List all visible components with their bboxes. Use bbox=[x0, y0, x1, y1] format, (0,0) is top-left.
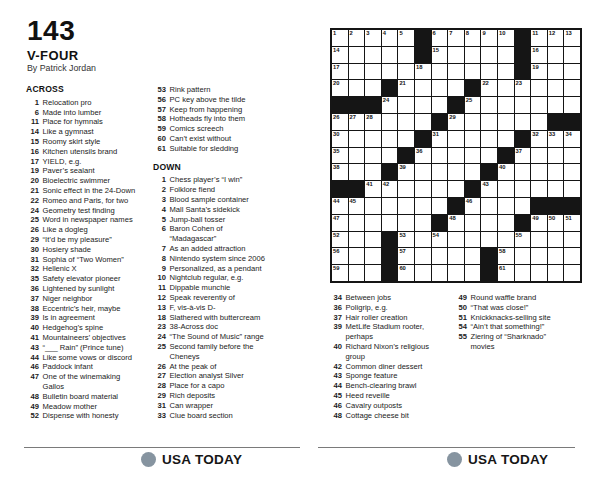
clue-text: YIELD, e.g. bbox=[39, 157, 81, 167]
clue-across-43: 43“___ Rain” (Prince tune) bbox=[26, 343, 154, 353]
grid-cell[interactable] bbox=[548, 97, 564, 113]
grid-cell[interactable]: 36 bbox=[415, 148, 431, 164]
grid-cell[interactable]: 23 bbox=[515, 80, 531, 96]
clue-across-31: 31Sophia of “Two Women” bbox=[26, 255, 154, 265]
cell-number: 34 bbox=[565, 131, 571, 139]
clue-down-13: 13F, vis-à-vis D- bbox=[153, 303, 296, 313]
grid-cell[interactable] bbox=[415, 164, 431, 180]
grid-cell[interactable] bbox=[515, 265, 531, 281]
grid-cell[interactable] bbox=[515, 97, 531, 113]
grid-cell[interactable] bbox=[548, 181, 564, 197]
clue-text: Mountaineers’ objectives bbox=[39, 333, 126, 343]
down-list-tail: 49Round waffle brand50“That was close!”5… bbox=[454, 293, 594, 352]
grid-cell[interactable] bbox=[531, 181, 547, 197]
grid-cell[interactable] bbox=[349, 215, 365, 231]
grid-cell[interactable] bbox=[432, 248, 448, 264]
clue-text: Sonic effect in the 24-Down bbox=[39, 186, 135, 196]
grid-cell[interactable]: 44 bbox=[332, 198, 348, 214]
clue-text: Sophia of “Two Women” bbox=[39, 255, 124, 265]
cell-number: 4 bbox=[383, 30, 386, 38]
grid-cell[interactable] bbox=[548, 248, 564, 264]
grid-cell[interactable]: 53 bbox=[398, 232, 414, 248]
grid-cell[interactable]: 27 bbox=[349, 114, 365, 130]
clue-number: 37 bbox=[329, 313, 342, 323]
grid-cell[interactable] bbox=[564, 164, 580, 180]
grid-cell[interactable]: 50 bbox=[548, 215, 564, 231]
clue-down-37: 37Hair roller creation bbox=[329, 313, 451, 323]
grid-cell[interactable]: 2 bbox=[349, 30, 365, 46]
grid-cell[interactable] bbox=[365, 198, 381, 214]
clue-number: 29 bbox=[26, 235, 39, 245]
grid-cell[interactable]: 25 bbox=[465, 97, 481, 113]
clue-number: 39 bbox=[26, 313, 39, 323]
grid-cell[interactable] bbox=[498, 80, 514, 96]
grid-cell[interactable] bbox=[515, 164, 531, 180]
grid-cell[interactable]: 1 bbox=[332, 30, 348, 46]
grid-cell[interactable]: 38 bbox=[332, 164, 348, 180]
grid-cell[interactable]: 34 bbox=[564, 131, 580, 147]
grid-cell[interactable] bbox=[349, 80, 365, 96]
grid-cell[interactable] bbox=[415, 215, 431, 231]
grid-cell[interactable] bbox=[531, 248, 547, 264]
grid-cell[interactable] bbox=[398, 114, 414, 130]
grid-cell[interactable] bbox=[432, 80, 448, 96]
grid-cell[interactable] bbox=[448, 131, 464, 147]
clue-down-8: 8Nintendo system since 2006 bbox=[153, 254, 296, 264]
grid-cell[interactable] bbox=[515, 198, 531, 214]
grid-cell[interactable] bbox=[531, 80, 547, 96]
grid-cell[interactable] bbox=[498, 97, 514, 113]
grid-cell[interactable] bbox=[498, 47, 514, 63]
clue-text: Poligrip, e.g. bbox=[342, 303, 388, 313]
grid-cell[interactable] bbox=[465, 164, 481, 180]
down-list-main: 1Chess player’s “I win”2Folklore fiend3B… bbox=[153, 175, 296, 420]
clue-number: 40 bbox=[329, 342, 342, 362]
clue-across-57: 57Keep from happening bbox=[153, 105, 296, 115]
grid-cell[interactable]: 8 bbox=[465, 30, 481, 46]
grid-cell[interactable]: 20 bbox=[332, 80, 348, 96]
grid-cell-black bbox=[382, 265, 398, 281]
clue-text: Niger neighbor bbox=[39, 294, 92, 304]
grid-cell[interactable] bbox=[432, 148, 448, 164]
grid-cell[interactable] bbox=[465, 131, 481, 147]
clue-text: Rich deposits bbox=[166, 391, 215, 401]
grid-cell[interactable] bbox=[415, 114, 431, 130]
grid-cell[interactable]: 3 bbox=[365, 30, 381, 46]
grid-cell-black bbox=[498, 148, 514, 164]
cell-number: 3 bbox=[366, 30, 369, 38]
cell-number: 25 bbox=[466, 97, 472, 105]
clue-text: Speak reverently of bbox=[166, 293, 235, 303]
cell-number: 13 bbox=[565, 30, 571, 38]
grid-cell[interactable]: 43 bbox=[481, 181, 497, 197]
grid-cell[interactable] bbox=[515, 248, 531, 264]
clue-across-35: 35Safety elevator pioneer bbox=[26, 274, 154, 284]
clue-number: 28 bbox=[153, 381, 166, 391]
clue-text: Chess player’s “I win” bbox=[166, 175, 242, 185]
clue-text: Keep from happening bbox=[166, 105, 242, 115]
clue-text: Clue board section bbox=[166, 411, 233, 421]
grid-cell[interactable] bbox=[349, 47, 365, 63]
usa-today-logo-left: USA TODAY bbox=[141, 452, 242, 467]
grid-cell[interactable] bbox=[349, 164, 365, 180]
clue-text: Word in newspaper names bbox=[39, 215, 133, 225]
grid-cell[interactable] bbox=[481, 47, 497, 63]
grid-cell[interactable] bbox=[448, 64, 464, 80]
grid-cell[interactable]: 47 bbox=[332, 215, 348, 231]
grid-cell[interactable]: 57 bbox=[398, 248, 414, 264]
grid-cell[interactable] bbox=[564, 265, 580, 281]
clue-text: “The Sound of Music” range bbox=[166, 332, 264, 342]
clue-across-53: 53Rink pattern bbox=[153, 85, 296, 95]
grid-cell[interactable] bbox=[398, 131, 414, 147]
grid-cell[interactable]: 4 bbox=[382, 30, 398, 46]
grid-cell[interactable] bbox=[548, 232, 564, 248]
clue-down-43: 43Sponge feature bbox=[329, 371, 451, 381]
grid-cell[interactable] bbox=[432, 198, 448, 214]
grid-cell[interactable]: 13 bbox=[564, 30, 580, 46]
grid-cell[interactable]: 42 bbox=[382, 181, 398, 197]
grid-cell[interactable] bbox=[382, 64, 398, 80]
grid-cell[interactable] bbox=[448, 265, 464, 281]
grid-cell[interactable] bbox=[415, 248, 431, 264]
grid-cell[interactable] bbox=[365, 164, 381, 180]
clue-text: “___ Rain” (Prince tune) bbox=[39, 343, 124, 353]
clue-down-24: 24“The Sound of Music” range bbox=[153, 332, 296, 342]
grid-cell[interactable] bbox=[365, 248, 381, 264]
grid-cell[interactable] bbox=[349, 64, 365, 80]
grid-cell[interactable] bbox=[448, 248, 464, 264]
clue-down-49: 49Round waffle brand bbox=[454, 293, 594, 303]
grid-cell[interactable] bbox=[382, 215, 398, 231]
grid-cell[interactable]: 22 bbox=[481, 80, 497, 96]
grid-cell[interactable] bbox=[481, 131, 497, 147]
grid-cell[interactable] bbox=[564, 181, 580, 197]
grid-cell[interactable] bbox=[349, 232, 365, 248]
clue-number: 23 bbox=[153, 322, 166, 332]
grid-cell[interactable] bbox=[415, 181, 431, 197]
cell-number: 17 bbox=[333, 64, 339, 72]
grid-cell[interactable] bbox=[365, 64, 381, 80]
cell-number: 24 bbox=[383, 97, 389, 105]
grid-cell[interactable]: 18 bbox=[415, 64, 431, 80]
grid-cell[interactable] bbox=[548, 64, 564, 80]
grid-cell[interactable] bbox=[465, 114, 481, 130]
grid-cell[interactable] bbox=[382, 47, 398, 63]
grid-cell[interactable] bbox=[465, 265, 481, 281]
grid-cell[interactable] bbox=[382, 131, 398, 147]
grid-cell[interactable] bbox=[415, 80, 431, 96]
clue-text: “That was close!” bbox=[467, 303, 528, 313]
clue-text: Richard Nixon’s religious group bbox=[342, 342, 429, 362]
grid-cell[interactable] bbox=[515, 181, 531, 197]
clue-text: Nightclub regular, e.g. bbox=[166, 273, 243, 283]
grid-cell[interactable] bbox=[382, 148, 398, 164]
grid-cell[interactable]: 46 bbox=[465, 198, 481, 214]
clue-text: Made into lumber bbox=[39, 108, 101, 118]
grid-cell[interactable]: 28 bbox=[365, 114, 381, 130]
grid-cell[interactable] bbox=[398, 97, 414, 113]
grid-cell[interactable] bbox=[498, 181, 514, 197]
clue-down-23: 2338-Across doc bbox=[153, 322, 296, 332]
grid-cell[interactable] bbox=[432, 164, 448, 180]
clue-text: Rink pattern bbox=[166, 85, 210, 95]
page-right: 1234567891011121314151617181920212223242… bbox=[300, 0, 600, 480]
grid-cell[interactable]: 52 bbox=[332, 232, 348, 248]
grid-cell[interactable]: 19 bbox=[531, 64, 547, 80]
grid-cell[interactable] bbox=[465, 215, 481, 231]
clue-down-42: 42Common diner dessert bbox=[329, 362, 451, 372]
grid-cell[interactable]: 35 bbox=[332, 148, 348, 164]
grid-cell[interactable] bbox=[465, 248, 481, 264]
grid-cell[interactable] bbox=[548, 80, 564, 96]
grid-cell[interactable]: 24 bbox=[382, 97, 398, 113]
grid-cell[interactable]: 60 bbox=[398, 265, 414, 281]
grid-cell[interactable]: 54 bbox=[432, 232, 448, 248]
clue-text: Hellenic X bbox=[39, 264, 77, 274]
grid-cell[interactable] bbox=[531, 97, 547, 113]
grid-cell[interactable] bbox=[564, 148, 580, 164]
cell-number: 39 bbox=[399, 164, 405, 172]
grid-cell-black bbox=[548, 198, 564, 214]
cell-number: 28 bbox=[366, 114, 372, 122]
grid-cell[interactable] bbox=[498, 215, 514, 231]
grid-cell[interactable] bbox=[531, 265, 547, 281]
clue-text: “Ain’t that something!” bbox=[467, 322, 544, 332]
grid-cell[interactable]: 59 bbox=[332, 265, 348, 281]
grid-cell[interactable] bbox=[498, 64, 514, 80]
clue-down-39: 39MetLife Stadium rooter, perhaps bbox=[329, 322, 451, 342]
grid-cell[interactable] bbox=[448, 164, 464, 180]
grid-cell[interactable]: 51 bbox=[564, 215, 580, 231]
grid-cell-black bbox=[415, 30, 431, 46]
grid-cell[interactable]: 61 bbox=[498, 265, 514, 281]
grid-cell[interactable] bbox=[564, 47, 580, 63]
grid-cell[interactable] bbox=[365, 215, 381, 231]
clue-across-52: 52Dispense with honesty bbox=[26, 411, 154, 421]
grid-cell[interactable] bbox=[515, 114, 531, 130]
grid-cell[interactable]: 41 bbox=[365, 181, 381, 197]
clue-number: 17 bbox=[26, 157, 39, 167]
grid-cell[interactable] bbox=[365, 232, 381, 248]
clue-across-30: 30Hosiery shade bbox=[26, 245, 154, 255]
grid-cell[interactable]: 37 bbox=[515, 148, 531, 164]
grid-cell[interactable] bbox=[481, 198, 497, 214]
grid-cell[interactable] bbox=[531, 114, 547, 130]
grid-cell[interactable] bbox=[498, 198, 514, 214]
grid-cell[interactable]: 21 bbox=[398, 80, 414, 96]
grid-cell[interactable] bbox=[365, 131, 381, 147]
grid-cell[interactable]: 31 bbox=[432, 131, 448, 147]
grid-cell[interactable] bbox=[415, 232, 431, 248]
grid-cell[interactable] bbox=[498, 232, 514, 248]
clue-across-22: 22Romeo and Paris, for two bbox=[26, 196, 154, 206]
clue-number: 6 bbox=[26, 108, 39, 118]
grid-cell[interactable] bbox=[398, 215, 414, 231]
grid-cell[interactable] bbox=[531, 148, 547, 164]
clue-text: Like a gymnast bbox=[39, 127, 94, 137]
cell-number: 19 bbox=[532, 64, 538, 72]
clue-across-38: 38Eccentric’s heir, maybe bbox=[26, 304, 154, 314]
clue-number: 26 bbox=[26, 225, 39, 235]
grid-cell-black bbox=[515, 215, 531, 231]
grid-cell[interactable]: 10 bbox=[498, 30, 514, 46]
clue-across-56: 56PC key above the tilde bbox=[153, 95, 296, 105]
grid-cell[interactable] bbox=[448, 80, 464, 96]
usa-today-wordmark: USA TODAY bbox=[162, 452, 242, 467]
grid-cell[interactable] bbox=[481, 148, 497, 164]
grid-cell[interactable] bbox=[548, 148, 564, 164]
grid-cell[interactable] bbox=[564, 232, 580, 248]
grid-cell[interactable] bbox=[415, 97, 431, 113]
grid-cell[interactable] bbox=[548, 164, 564, 180]
clue-text: Comics screech bbox=[166, 124, 224, 134]
grid-cell[interactable] bbox=[548, 265, 564, 281]
grid-cell[interactable] bbox=[564, 80, 580, 96]
grid-cell[interactable]: 17 bbox=[332, 64, 348, 80]
clue-text: Common diner dessert bbox=[342, 362, 422, 372]
grid-cell[interactable]: 12 bbox=[548, 30, 564, 46]
grid-cell[interactable] bbox=[448, 181, 464, 197]
grid-cell-black bbox=[432, 215, 448, 231]
clue-text: Mall Santa’s sidekick bbox=[166, 205, 240, 215]
cell-number: 20 bbox=[333, 80, 339, 88]
grid-cell[interactable] bbox=[432, 97, 448, 113]
grid-cell[interactable] bbox=[498, 131, 514, 147]
grid-cell[interactable]: 49 bbox=[531, 215, 547, 231]
grid-cell[interactable] bbox=[481, 97, 497, 113]
grid-cell[interactable] bbox=[465, 232, 481, 248]
grid-cell[interactable] bbox=[365, 265, 381, 281]
cell-number: 59 bbox=[333, 265, 339, 273]
grid-cell[interactable] bbox=[398, 47, 414, 63]
grid-cell[interactable] bbox=[448, 47, 464, 63]
clue-text: Like some vows or discord bbox=[39, 353, 132, 363]
grid-cell[interactable]: 7 bbox=[448, 30, 464, 46]
grid-cell[interactable] bbox=[564, 248, 580, 264]
clue-number: 24 bbox=[26, 206, 39, 216]
grid-cell[interactable] bbox=[398, 64, 414, 80]
clue-text: Heed reveille bbox=[342, 391, 390, 401]
clue-number: 8 bbox=[153, 254, 166, 264]
clue-text: Romeo and Paris, for two bbox=[39, 196, 128, 206]
clue-across-59: 59Comics screech bbox=[153, 124, 296, 134]
grid-cell[interactable] bbox=[448, 148, 464, 164]
clue-number: 9 bbox=[153, 264, 166, 274]
grid-cell[interactable] bbox=[481, 114, 497, 130]
down-header: DOWN bbox=[153, 163, 296, 173]
clue-across-15: 15Roomy skirt style bbox=[26, 137, 154, 147]
grid-cell[interactable]: 5 bbox=[398, 30, 414, 46]
clue-text: Bulletin board material bbox=[39, 392, 118, 402]
grid-cell[interactable] bbox=[349, 148, 365, 164]
grid-cell[interactable] bbox=[432, 265, 448, 281]
grid-cell[interactable] bbox=[349, 248, 365, 264]
grid-cell[interactable] bbox=[382, 114, 398, 130]
clue-down-34: 34Between jobs bbox=[329, 293, 451, 303]
grid-cell[interactable]: 6 bbox=[432, 30, 448, 46]
grid-cell[interactable]: 32 bbox=[531, 131, 547, 147]
grid-cell-black bbox=[481, 265, 497, 281]
grid-cell[interactable]: 40 bbox=[498, 164, 514, 180]
grid-cell[interactable] bbox=[398, 198, 414, 214]
clue-number: 49 bbox=[26, 402, 39, 412]
grid-cell[interactable]: 15 bbox=[432, 47, 448, 63]
grid-cell[interactable]: 33 bbox=[548, 131, 564, 147]
cell-number: 58 bbox=[499, 248, 505, 256]
clue-number: 41 bbox=[26, 333, 39, 343]
grid-cell[interactable] bbox=[365, 80, 381, 96]
clue-down-36: 36Poligrip, e.g. bbox=[329, 303, 451, 313]
grid-cell[interactable] bbox=[481, 64, 497, 80]
clue-number: 54 bbox=[454, 322, 467, 332]
grid-cell[interactable] bbox=[548, 47, 564, 63]
grid-cell[interactable] bbox=[432, 181, 448, 197]
grid-cell[interactable] bbox=[465, 148, 481, 164]
grid-cell[interactable] bbox=[382, 198, 398, 214]
grid-cell[interactable]: 39 bbox=[398, 164, 414, 180]
grid-cell[interactable]: 14 bbox=[332, 47, 348, 63]
grid-cell[interactable] bbox=[531, 164, 547, 180]
grid-cell[interactable] bbox=[465, 64, 481, 80]
grid-cell[interactable] bbox=[564, 64, 580, 80]
grid-cell[interactable]: 9 bbox=[481, 30, 497, 46]
grid-cell[interactable]: 56 bbox=[332, 248, 348, 264]
clue-down-46: 46Cavalry outposts bbox=[329, 401, 451, 411]
grid-cell[interactable] bbox=[481, 215, 497, 231]
grid-cell[interactable] bbox=[465, 47, 481, 63]
grid-cell[interactable] bbox=[398, 181, 414, 197]
grid-cell[interactable]: 45 bbox=[349, 198, 365, 214]
clue-number: 22 bbox=[26, 196, 39, 206]
clue-number: 51 bbox=[454, 313, 467, 323]
clue-down-6: 6Baron Cohen of “Madagascar” bbox=[153, 224, 296, 244]
grid-cell[interactable] bbox=[415, 198, 431, 214]
clue-column-down-3: 49Round waffle brand50“That was close!”5… bbox=[454, 293, 594, 352]
grid-cell[interactable] bbox=[481, 232, 497, 248]
clue-number: 61 bbox=[153, 144, 166, 154]
grid-cell[interactable] bbox=[365, 148, 381, 164]
clue-number: 25 bbox=[26, 215, 39, 225]
grid-cell[interactable] bbox=[415, 265, 431, 281]
grid-cell[interactable]: 29 bbox=[448, 114, 464, 130]
grid-cell[interactable] bbox=[349, 131, 365, 147]
clue-number: 59 bbox=[153, 124, 166, 134]
grid-cell[interactable] bbox=[531, 232, 547, 248]
grid-cell[interactable] bbox=[448, 232, 464, 248]
grid-cell-black bbox=[382, 232, 398, 248]
grid-cell[interactable] bbox=[349, 265, 365, 281]
grid-cell[interactable] bbox=[564, 97, 580, 113]
grid-cell[interactable] bbox=[498, 114, 514, 130]
clue-text: Personalized, as a pendant bbox=[166, 264, 262, 274]
grid-cell[interactable]: 48 bbox=[448, 215, 464, 231]
grid-cell-black bbox=[515, 64, 531, 80]
grid-cell[interactable] bbox=[365, 47, 381, 63]
grid-cell[interactable]: 55 bbox=[515, 232, 531, 248]
clue-number: 45 bbox=[329, 391, 342, 401]
grid-cell-black bbox=[415, 47, 431, 63]
grid-cell[interactable] bbox=[432, 64, 448, 80]
grid-cell[interactable]: 30 bbox=[332, 131, 348, 147]
clue-down-45: 45Heed reveille bbox=[329, 391, 451, 401]
grid-cell[interactable]: 11 bbox=[531, 30, 547, 46]
clue-text: Is in agreement bbox=[39, 313, 95, 323]
grid-cell[interactable]: 58 bbox=[498, 248, 514, 264]
puzzle-byline: By Patrick Jordan bbox=[27, 63, 96, 73]
grid-cell[interactable]: 16 bbox=[531, 47, 547, 63]
grid-cell[interactable]: 26 bbox=[332, 114, 348, 130]
